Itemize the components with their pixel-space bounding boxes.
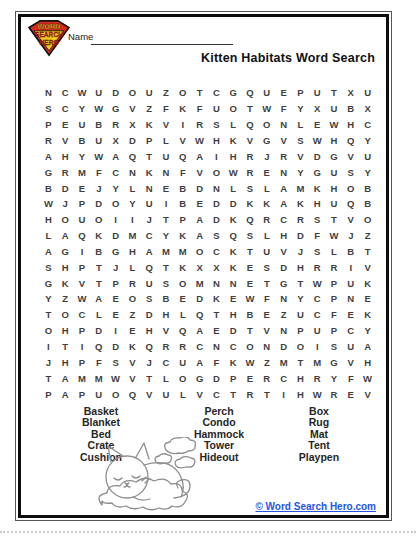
grid-cell: R	[191, 117, 208, 133]
grid-cell: P	[40, 117, 57, 133]
grid-cell: N	[208, 339, 225, 355]
grid-cell: R	[275, 148, 292, 164]
grid-cell: L	[326, 244, 343, 260]
grid-cell: V	[359, 386, 376, 402]
grid-cell: L	[124, 259, 141, 275]
grid-cell: O	[342, 180, 359, 196]
grid-cell: G	[309, 164, 326, 180]
grid-cell: K	[208, 291, 225, 307]
grid-cell: V	[158, 117, 175, 133]
grid-cell: A	[57, 228, 74, 244]
grid-cell: D	[225, 196, 242, 212]
grid-cell: S	[208, 117, 225, 133]
grid-cell: H	[309, 196, 326, 212]
grid-cell: E	[342, 386, 359, 402]
grid-cell: Q	[141, 339, 158, 355]
grid-cell: P	[74, 259, 91, 275]
grid-cell: V	[191, 386, 208, 402]
name-blank-line	[91, 44, 233, 45]
word-search-hero-logo-icon: WORD SEARCH HERO	[28, 19, 70, 57]
grid-cell: U	[258, 85, 275, 101]
grid-cell: M	[74, 164, 91, 180]
grid-cell: P	[292, 85, 309, 101]
grid-cell: Q	[242, 117, 259, 133]
grid-cell: G	[258, 133, 275, 149]
grid-cell: R	[40, 133, 57, 149]
grid-cell: V	[258, 323, 275, 339]
grid-cell: D	[124, 133, 141, 149]
grid-cell: U	[90, 386, 107, 402]
grid-cell: G	[40, 275, 57, 291]
grid-cell: B	[174, 196, 191, 212]
grid-cell: C	[141, 228, 158, 244]
grid-cell: E	[242, 259, 259, 275]
grid-cell: O	[258, 117, 275, 133]
grid-cell: K	[359, 275, 376, 291]
grid-cell: N	[275, 291, 292, 307]
grid-cell: W	[74, 85, 91, 101]
grid-cell: Z	[258, 354, 275, 370]
grid-cell: D	[141, 307, 158, 323]
grid-cell: D	[208, 370, 225, 386]
grid-cell: B	[242, 307, 259, 323]
grid-cell: Q	[225, 228, 242, 244]
grid-cell: P	[74, 323, 91, 339]
grid-cell: U	[326, 196, 343, 212]
grid-cell: T	[57, 339, 74, 355]
grid-cell: E	[124, 323, 141, 339]
grid-cell: O	[40, 323, 57, 339]
grid-cell: V	[342, 212, 359, 228]
name-label: Name	[68, 31, 93, 42]
grid-cell: V	[342, 354, 359, 370]
grid-cell: T	[326, 85, 343, 101]
thought-cloud-medium	[175, 457, 195, 468]
grid-cell: F	[191, 101, 208, 117]
grid-cell: C	[191, 339, 208, 355]
grid-cell: E	[342, 307, 359, 323]
grid-cell: U	[326, 101, 343, 117]
grid-cell: P	[107, 275, 124, 291]
grid-cell: X	[359, 101, 376, 117]
grid-cell: U	[158, 386, 175, 402]
grid-cell: V	[191, 164, 208, 180]
grid-cell: V	[359, 259, 376, 275]
grid-cell: G	[107, 101, 124, 117]
grid-cell: N	[124, 164, 141, 180]
grid-cell: A	[191, 212, 208, 228]
grid-cell: O	[107, 196, 124, 212]
grid-cell: A	[57, 386, 74, 402]
grid-cell: Z	[57, 291, 74, 307]
grid-cell: Y	[292, 101, 309, 117]
grid-cell: N	[158, 164, 175, 180]
grid-cell: Q	[191, 307, 208, 323]
grid-cell: Q	[90, 339, 107, 355]
grid-cell: K	[225, 259, 242, 275]
grid-cell: U	[74, 117, 91, 133]
grid-cell: H	[40, 212, 57, 228]
grid-cell: I	[74, 244, 91, 260]
grid-cell: P	[292, 323, 309, 339]
grid-cell: B	[342, 101, 359, 117]
grid-cell: O	[90, 212, 107, 228]
grid-cell: H	[342, 117, 359, 133]
page-title: Kitten Habitats Word Search	[188, 51, 388, 65]
grid-cell: W	[90, 101, 107, 117]
logo-search: SEARCH	[35, 31, 63, 38]
grid-cell: R	[158, 339, 175, 355]
sleeping-kitten-on-cloud-icon	[86, 437, 221, 519]
grid-cell: J	[107, 259, 124, 275]
grid-cell: E	[242, 370, 259, 386]
grid-cell: Q	[74, 228, 91, 244]
word-list-item: Tent	[264, 440, 374, 451]
grid-cell: L	[258, 228, 275, 244]
grid-cell: U	[342, 339, 359, 355]
grid-cell: L	[40, 228, 57, 244]
grid-cell: K	[225, 354, 242, 370]
grid-cell: I	[342, 259, 359, 275]
grid-cell: W	[326, 117, 343, 133]
grid-cell: B	[40, 180, 57, 196]
grid-cell: F	[208, 354, 225, 370]
grid-cell: R	[258, 212, 275, 228]
grid-cell: S	[158, 275, 175, 291]
grid-cell: V	[141, 386, 158, 402]
cat-mouth	[124, 484, 130, 487]
grid-cell: X	[191, 259, 208, 275]
grid-cell: J	[342, 228, 359, 244]
grid-cell: Q	[242, 212, 259, 228]
grid-cell: I	[174, 117, 191, 133]
grid-cell: D	[292, 228, 309, 244]
grid-cell: Y	[158, 228, 175, 244]
grid-cell: Y	[359, 323, 376, 339]
grid-cell: F	[309, 228, 326, 244]
grid-cell: D	[191, 180, 208, 196]
grid-cell: H	[57, 148, 74, 164]
grid-cell: O	[124, 85, 141, 101]
grid-cell: L	[292, 117, 309, 133]
grid-cell: M	[174, 244, 191, 260]
grid-cell: T	[359, 244, 376, 260]
grid-cell: U	[208, 101, 225, 117]
grid-cell: E	[225, 291, 242, 307]
grid-cell: K	[174, 101, 191, 117]
grid-cell: T	[258, 386, 275, 402]
grid-cell: S	[40, 101, 57, 117]
grid-cell: Z	[359, 228, 376, 244]
grid-cell: V	[74, 275, 91, 291]
grid-cell: Y	[292, 291, 309, 307]
grid-cell: V	[275, 244, 292, 260]
grid-cell: M	[275, 354, 292, 370]
grid-cell: O	[174, 370, 191, 386]
grid-cell: U	[309, 323, 326, 339]
grid-cell: V	[242, 133, 259, 149]
grid-cell: K	[141, 164, 158, 180]
grid-cell: W	[242, 291, 259, 307]
grid-cell: I	[107, 212, 124, 228]
grid-cell: Y	[292, 164, 309, 180]
grid-cell: F	[342, 370, 359, 386]
grid-cell: N	[208, 180, 225, 196]
grid-cell: H	[275, 228, 292, 244]
grid-cell: N	[258, 339, 275, 355]
grid-cell: G	[57, 244, 74, 260]
grid-cell: X	[208, 259, 225, 275]
grid-cell: W	[359, 370, 376, 386]
grid-cell: C	[74, 307, 91, 323]
grid-cell: U	[141, 275, 158, 291]
grid-cell: D	[309, 148, 326, 164]
grid-cell: U	[90, 133, 107, 149]
grid-cell: R	[258, 370, 275, 386]
grid-cell: A	[275, 196, 292, 212]
grid-cell: E	[309, 117, 326, 133]
grid-cell: D	[275, 339, 292, 355]
grid-cell: V	[342, 148, 359, 164]
grid-cell: S	[141, 291, 158, 307]
grid-cell: F	[158, 101, 175, 117]
grid-cell: V	[174, 133, 191, 149]
grid-cell: C	[208, 244, 225, 260]
grid-cell: P	[40, 386, 57, 402]
grid-cell: Z	[124, 307, 141, 323]
cat-eye-right	[132, 476, 140, 478]
grid-cell: H	[57, 259, 74, 275]
grid-cell: N	[208, 275, 225, 291]
grid-cell: K	[292, 196, 309, 212]
grid-cell: R	[326, 259, 343, 275]
grid-cell: C	[158, 354, 175, 370]
grid-cell: W	[309, 275, 326, 291]
grid-cell: I	[158, 196, 175, 212]
grid-cell: B	[90, 117, 107, 133]
page-break-dotted-line	[0, 531, 416, 533]
grid-cell: L	[124, 180, 141, 196]
grid-cell: Y	[124, 196, 141, 212]
grid-cell: O	[107, 386, 124, 402]
grid-cell: C	[309, 291, 326, 307]
grid-cell: S	[242, 228, 259, 244]
grid-cell: A	[107, 148, 124, 164]
grid-cell: V	[124, 101, 141, 117]
grid-cell: T	[326, 212, 343, 228]
grid-cell: W	[225, 164, 242, 180]
grid-cell: W	[74, 291, 91, 307]
grid-cell: T	[90, 275, 107, 291]
grid-cell: U	[141, 85, 158, 101]
grid-cell: W	[326, 228, 343, 244]
grid-cell: L	[258, 180, 275, 196]
grid-cell: T	[242, 244, 259, 260]
grid-cell: G	[191, 370, 208, 386]
grid-cell: C	[57, 85, 74, 101]
grid-cell: C	[275, 370, 292, 386]
grid-cell: R	[124, 275, 141, 291]
grid-cell: U	[174, 354, 191, 370]
grid-cell: K	[359, 307, 376, 323]
grid-cell: H	[326, 133, 343, 149]
grid-cell: Q	[174, 323, 191, 339]
grid-cell: H	[225, 307, 242, 323]
grid-cell: C	[342, 323, 359, 339]
grid-cell: D	[57, 180, 74, 196]
grid-cell: T	[40, 370, 57, 386]
grid-cell: T	[158, 259, 175, 275]
grid-cell: E	[359, 291, 376, 307]
grid-cell: U	[359, 85, 376, 101]
grid-cell: D	[107, 339, 124, 355]
grid-cell: S	[326, 339, 343, 355]
grid-cell: K	[242, 196, 259, 212]
footer-copyright-link[interactable]: © Word Search Hero.com	[255, 501, 376, 512]
grid-cell: Z	[158, 85, 175, 101]
grid-cell: R	[174, 339, 191, 355]
grid-cell: C	[208, 85, 225, 101]
grid-cell: D	[275, 259, 292, 275]
grid-cell: V	[124, 354, 141, 370]
grid-cell: N	[141, 180, 158, 196]
grid-cell: E	[158, 180, 175, 196]
grid-cell: S	[107, 354, 124, 370]
grid-cell: T	[90, 259, 107, 275]
grid-cell: W	[90, 148, 107, 164]
grid-cell: H	[292, 259, 309, 275]
grid-cell: B	[359, 180, 376, 196]
grid-cell: T	[258, 275, 275, 291]
grid-cell: P	[74, 386, 91, 402]
grid-cell: A	[191, 354, 208, 370]
grid-cell: G	[326, 148, 343, 164]
grid-cell: O	[359, 212, 376, 228]
grid-cell: K	[225, 212, 242, 228]
word-list-column-3: BoxRugMatTentPlaypen	[264, 406, 374, 463]
grid-cell: E	[107, 307, 124, 323]
grid-cell: H	[57, 354, 74, 370]
grid-cell: A	[191, 148, 208, 164]
grid-cell: N	[342, 291, 359, 307]
grid-cell: U	[326, 164, 343, 180]
grid-cell: Y	[40, 291, 57, 307]
grid-cell: R	[107, 117, 124, 133]
grid-cell: J	[57, 196, 74, 212]
grid-cell: H	[141, 323, 158, 339]
grid-cell: N	[275, 164, 292, 180]
grid-cell: U	[90, 85, 107, 101]
grid-cell: W	[107, 370, 124, 386]
cat-eye-left	[114, 478, 122, 480]
grid-cell: N	[40, 85, 57, 101]
grid-cell: S	[40, 259, 57, 275]
grid-cell: B	[158, 291, 175, 307]
grid-cell: T	[141, 370, 158, 386]
grid-cell: D	[191, 291, 208, 307]
grid-cell: B	[174, 180, 191, 196]
grid-cell: K	[309, 180, 326, 196]
grid-cell: V	[275, 133, 292, 149]
grid-cell: K	[174, 228, 191, 244]
grid-cell: J	[40, 354, 57, 370]
cat-paw	[133, 497, 150, 500]
grid-cell: H	[292, 386, 309, 402]
grid-cell: T	[40, 307, 57, 323]
grid-cell: F	[258, 291, 275, 307]
grid-cell: Z	[141, 101, 158, 117]
grid-cell: O	[57, 212, 74, 228]
grid-cell: K	[225, 133, 242, 149]
grid-cell: G	[107, 244, 124, 260]
grid-cell: O	[225, 101, 242, 117]
grid-cell: J	[141, 354, 158, 370]
grid-cell: U	[292, 307, 309, 323]
grid-cell: O	[124, 291, 141, 307]
grid-cell: P	[326, 323, 343, 339]
grid-cell: V	[158, 323, 175, 339]
grid-cell: T	[191, 85, 208, 101]
grid-cell: G	[40, 164, 57, 180]
grid-cell: Q	[174, 148, 191, 164]
grid-cell: H	[292, 370, 309, 386]
grid-cell: C	[275, 212, 292, 228]
grid-cell: I	[208, 148, 225, 164]
grid-cell: B	[74, 133, 91, 149]
grid-cell: K	[141, 117, 158, 133]
grid-cell: H	[359, 354, 376, 370]
grid-cell: L	[225, 180, 242, 196]
grid-cell: R	[309, 259, 326, 275]
grid-cell: M	[309, 354, 326, 370]
grid-cell: O	[191, 244, 208, 260]
grid-cell: N	[225, 275, 242, 291]
grid-cell: T	[158, 212, 175, 228]
grid-cell: U	[141, 196, 158, 212]
grid-cell: I	[74, 339, 91, 355]
grid-cell: C	[107, 164, 124, 180]
grid-cell: D	[208, 196, 225, 212]
grid-cell: I	[309, 339, 326, 355]
grid-cell: G	[225, 85, 242, 101]
grid-cell: H	[158, 307, 175, 323]
grid-cell: S	[242, 180, 259, 196]
grid-cell: W	[258, 101, 275, 117]
grid-cell: P	[141, 133, 158, 149]
grid-cell: R	[326, 386, 343, 402]
grid-cell: X	[107, 133, 124, 149]
grid-cell: S	[342, 164, 359, 180]
grid-cell: V	[124, 370, 141, 386]
grid-cell: E	[208, 323, 225, 339]
cat-ear-right	[136, 443, 149, 459]
grid-cell: Y	[359, 133, 376, 149]
grid-cell: C	[359, 117, 376, 133]
grid-cell: O	[57, 307, 74, 323]
grid-cell: V	[292, 148, 309, 164]
grid-cell: O	[208, 164, 225, 180]
grid-cell: A	[191, 228, 208, 244]
grid-cell: M	[90, 370, 107, 386]
grid-cell: C	[57, 101, 74, 117]
grid-cell: L	[225, 117, 242, 133]
grid-cell: T	[141, 148, 158, 164]
grid-cell: P	[326, 291, 343, 307]
grid-cell: H	[124, 244, 141, 260]
grid-cell: A	[40, 244, 57, 260]
grid-cell: Q	[342, 133, 359, 149]
grid-cell: M	[74, 370, 91, 386]
